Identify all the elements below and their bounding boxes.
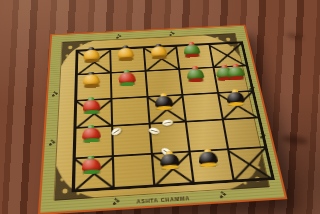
board-cell[interactable] — [183, 93, 223, 122]
safe-cell-x[interactable] — [218, 91, 259, 120]
border-sprig-icon — [51, 91, 59, 97]
wood-grain-knot — [286, 32, 305, 41]
board-cell[interactable] — [113, 124, 152, 156]
pawn-red[interactable] — [81, 155, 101, 175]
cloth-board: ASHTA CHAMMA — [40, 26, 284, 213]
safe-cell-x[interactable] — [77, 49, 111, 74]
board-cell[interactable] — [113, 153, 154, 188]
board-cell[interactable] — [111, 71, 147, 98]
pawn-ring — [161, 164, 178, 169]
board-cell[interactable] — [112, 97, 150, 126]
table-scene: ASHTA CHAMMA — [0, 0, 320, 214]
border-sprig-icon — [168, 31, 176, 36]
game-board: ASHTA CHAMMA — [40, 26, 284, 213]
board-cell[interactable] — [213, 66, 252, 93]
board-cell[interactable] — [222, 118, 265, 149]
board-cell[interactable] — [176, 44, 213, 69]
pawn-red[interactable] — [82, 125, 102, 144]
board-cell[interactable] — [111, 48, 146, 73]
board-cell[interactable] — [179, 68, 217, 95]
safe-cell-x[interactable] — [209, 43, 247, 68]
pawn-ring — [200, 162, 217, 167]
board-title: ASHTA CHAMMA — [53, 190, 272, 210]
safe-cell-x[interactable] — [144, 46, 180, 71]
pawn-black[interactable] — [160, 150, 180, 169]
wood-grain-knot — [282, 134, 309, 146]
board-cell[interactable] — [186, 120, 228, 151]
border-sprig-icon — [48, 139, 57, 146]
pawn-black[interactable] — [198, 148, 218, 167]
pawn-ring — [83, 169, 101, 174]
board-cell[interactable] — [145, 69, 182, 96]
board-grid — [72, 41, 275, 192]
safe-cell-x[interactable] — [228, 147, 273, 181]
board-cell[interactable] — [76, 73, 112, 100]
board-cell[interactable] — [149, 122, 189, 154]
border-sprig-icon — [115, 34, 122, 39]
